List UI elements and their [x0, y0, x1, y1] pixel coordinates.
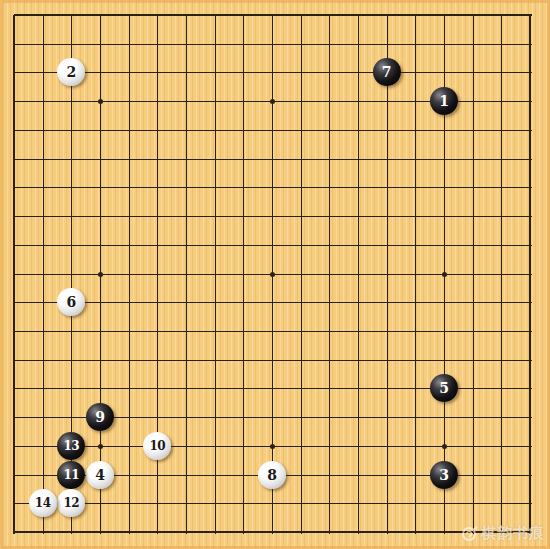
star-point	[270, 99, 275, 104]
grid-line-horizontal	[14, 503, 532, 504]
grid-line-horizontal	[14, 302, 532, 303]
stone-move-number: 10	[149, 439, 165, 451]
grid-line-horizontal	[14, 14, 532, 16]
grid-line-vertical	[301, 15, 302, 534]
stone-move-number: 8	[267, 467, 277, 481]
grid-line-vertical	[529, 15, 531, 534]
grid-line-vertical	[329, 15, 330, 534]
stone-black-9: 9	[86, 403, 114, 431]
stone-move-number: 4	[95, 467, 105, 481]
stone-move-number: 11	[63, 468, 79, 480]
grid-line-vertical	[215, 15, 216, 534]
grid-line-horizontal	[14, 216, 532, 217]
stone-move-number: 6	[66, 295, 76, 309]
spiral-logo-icon	[461, 525, 478, 542]
stone-move-number: 14	[35, 497, 51, 509]
watermark-text: 棋韵书痕	[481, 524, 545, 543]
grid-line-horizontal	[14, 331, 532, 332]
stone-white-4: 4	[86, 461, 114, 489]
grid-line-horizontal	[14, 130, 532, 131]
star-point	[98, 272, 103, 277]
stone-black-11: 11	[57, 461, 85, 489]
grid-line-vertical	[43, 15, 44, 534]
grid-line-horizontal	[14, 44, 532, 45]
star-point	[98, 99, 103, 104]
star-point	[442, 444, 447, 449]
grid-line-horizontal	[14, 159, 532, 160]
stone-move-number: 1	[439, 94, 449, 108]
stone-black-13: 13	[57, 432, 85, 460]
grid-line-horizontal	[14, 245, 532, 246]
stone-black-7: 7	[373, 58, 401, 86]
star-point	[270, 444, 275, 449]
grid-line-vertical	[415, 15, 416, 534]
stone-move-number: 9	[95, 410, 105, 424]
stone-move-number: 12	[63, 497, 79, 509]
star-point	[442, 272, 447, 277]
stone-white-12: 12	[57, 489, 85, 517]
grid-line-vertical	[473, 15, 474, 534]
stone-move-number: 2	[66, 65, 76, 79]
grid-line-vertical	[387, 15, 388, 534]
stone-move-number: 5	[439, 381, 449, 395]
grid-line-vertical	[129, 15, 130, 534]
stone-white-6: 6	[57, 288, 85, 316]
grid-line-horizontal	[14, 360, 532, 361]
grid-line-vertical	[186, 15, 187, 534]
star-point	[98, 444, 103, 449]
stone-black-1: 1	[430, 87, 458, 115]
stone-move-number: 13	[63, 439, 79, 451]
stone-white-2: 2	[57, 58, 85, 86]
stone-black-3: 3	[430, 461, 458, 489]
grid-line-horizontal	[14, 72, 532, 73]
grid-line-horizontal	[14, 187, 532, 188]
grid-line-vertical	[13, 15, 15, 534]
grid-line-vertical	[358, 15, 359, 534]
stone-white-14: 14	[29, 489, 57, 517]
stone-white-10: 10	[143, 432, 171, 460]
stone-move-number: 3	[439, 467, 449, 481]
grid-line-horizontal	[14, 531, 532, 533]
stone-move-number: 7	[382, 65, 392, 79]
stone-black-5: 5	[430, 374, 458, 402]
grid-line-vertical	[243, 15, 244, 534]
go-board[interactable]: 1234567891011121314 棋韵书痕	[0, 0, 550, 549]
grid-line-vertical	[501, 15, 502, 534]
star-point	[270, 272, 275, 277]
stone-white-8: 8	[258, 461, 286, 489]
